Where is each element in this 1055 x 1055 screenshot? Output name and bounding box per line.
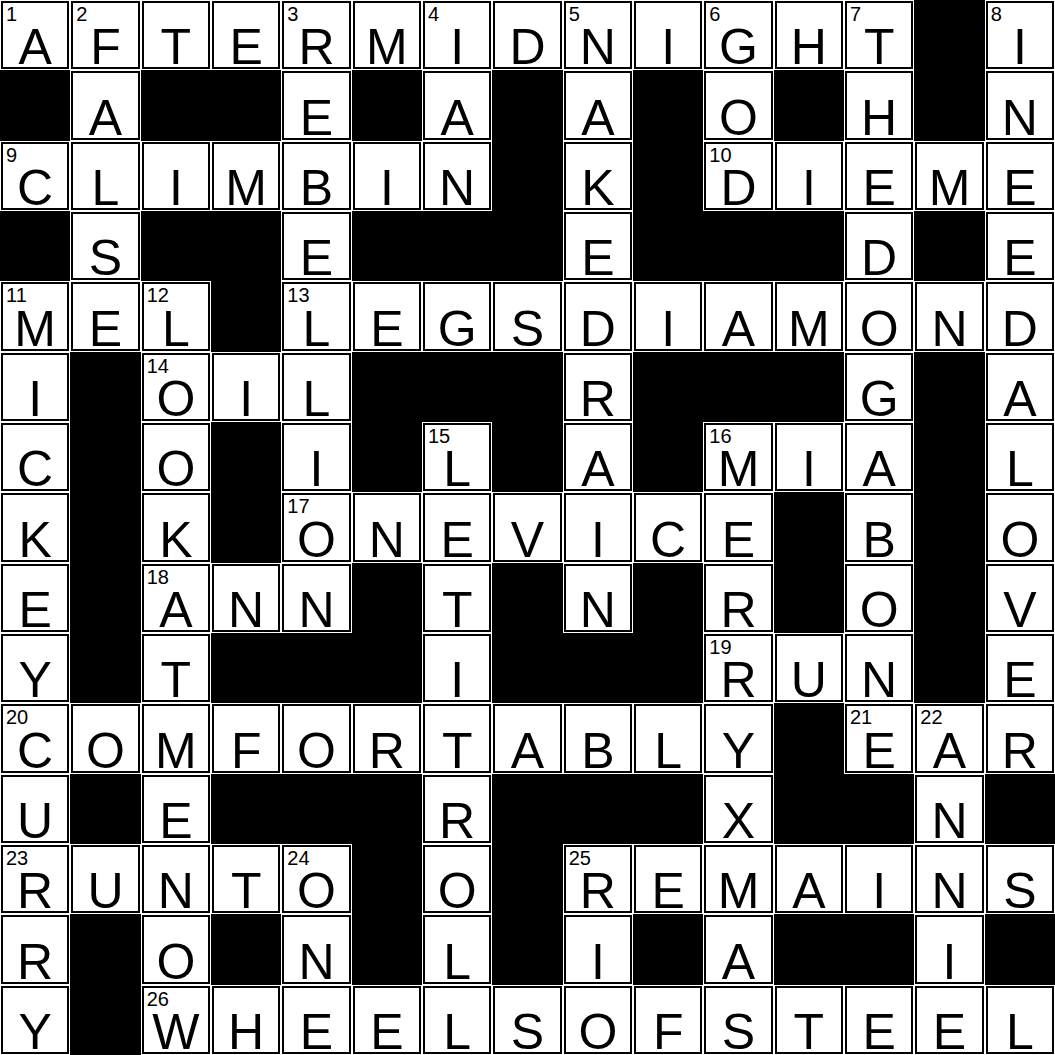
- cell-r11c5[interactable]: O: [282, 704, 350, 772]
- cell-r4c5[interactable]: E: [282, 212, 350, 280]
- cell-r12c7[interactable]: R: [423, 775, 491, 843]
- cell-letter: E: [706, 515, 770, 565]
- cell-r5c7[interactable]: G: [423, 282, 491, 350]
- cell-letter: I: [284, 444, 348, 494]
- cell-letter: E: [284, 93, 348, 143]
- cell-r2c15[interactable]: N: [986, 71, 1054, 139]
- cell-r13c9[interactable]: 25R: [564, 845, 632, 913]
- black-cell-r9c12: [774, 563, 844, 633]
- cell-r3c7[interactable]: N: [423, 142, 491, 210]
- cell-letter: E: [425, 515, 489, 565]
- cell-r13c4[interactable]: T: [212, 845, 280, 913]
- cell-r11c3[interactable]: M: [142, 704, 210, 772]
- cell-letter: N: [355, 515, 419, 565]
- black-cell-r3c8: [492, 141, 562, 211]
- cell-letter: M: [214, 163, 278, 213]
- cell-letter: I: [144, 163, 208, 213]
- cell-letter: F: [214, 726, 278, 776]
- cell-r13c11[interactable]: M: [704, 845, 772, 913]
- black-cell-r14c4: [211, 914, 281, 984]
- black-cell-r4c11: [703, 211, 773, 281]
- cell-r14c5[interactable]: N: [282, 915, 350, 983]
- cell-letter: O: [847, 585, 911, 635]
- cell-r2c9[interactable]: A: [564, 71, 632, 139]
- cell-r14c9[interactable]: I: [564, 915, 632, 983]
- cell-r3c14[interactable]: M: [915, 142, 983, 210]
- cell-r5c3[interactable]: 12L: [142, 282, 210, 350]
- cell-letter: U: [777, 655, 841, 705]
- cell-r15c7[interactable]: L: [423, 986, 491, 1054]
- cell-letter: R: [706, 585, 770, 635]
- cell-r13c2[interactable]: U: [71, 845, 139, 913]
- cell-r13c14[interactable]: N: [915, 845, 983, 913]
- cell-r6c15[interactable]: A: [986, 353, 1054, 421]
- cell-r5c10[interactable]: I: [634, 282, 702, 350]
- cell-letter: O: [284, 515, 348, 565]
- cell-letter: R: [706, 655, 770, 705]
- cell-r8c1[interactable]: K: [1, 493, 69, 561]
- cell-letter: V: [495, 515, 559, 565]
- cell-letter: A: [73, 93, 137, 143]
- cell-r2c11[interactable]: O: [704, 71, 772, 139]
- cell-r13c15[interactable]: S: [986, 845, 1054, 913]
- black-cell-r7c2: [70, 422, 140, 492]
- cell-r5c11[interactable]: A: [704, 282, 772, 350]
- black-cell-r8c4: [211, 492, 281, 562]
- cell-letter: O: [425, 866, 489, 916]
- cell-r8c15[interactable]: O: [986, 493, 1054, 561]
- cell-letter: E: [355, 1007, 419, 1055]
- black-cell-r6c6: [352, 352, 422, 422]
- cell-letter: G: [847, 374, 911, 424]
- cell-r9c7[interactable]: T: [423, 564, 491, 632]
- cell-r1c13[interactable]: 7T: [845, 1, 913, 69]
- cell-r8c8[interactable]: V: [493, 493, 561, 561]
- black-cell-r8c14: [914, 492, 984, 562]
- cell-r3c15[interactable]: E: [986, 142, 1054, 210]
- cell-r9c5[interactable]: N: [282, 564, 350, 632]
- cell-letter: I: [425, 655, 489, 705]
- cell-letter: R: [988, 726, 1052, 776]
- black-cell-r12c10: [633, 774, 703, 844]
- cell-r7c15[interactable]: L: [986, 423, 1054, 491]
- cell-letter: M: [355, 22, 419, 72]
- cell-r13c12[interactable]: A: [775, 845, 843, 913]
- black-cell-r4c12: [774, 211, 844, 281]
- cell-r3c6[interactable]: I: [353, 142, 421, 210]
- cell-r11c10[interactable]: L: [634, 704, 702, 772]
- cell-r15c8[interactable]: S: [493, 986, 561, 1054]
- black-cell-r2c10: [633, 70, 703, 140]
- cell-r13c1[interactable]: 23R: [1, 845, 69, 913]
- cell-r13c3[interactable]: N: [142, 845, 210, 913]
- cell-letter: O: [284, 866, 348, 916]
- cell-letter: D: [566, 304, 630, 354]
- cell-r6c13[interactable]: G: [845, 353, 913, 421]
- cell-letter: G: [425, 304, 489, 354]
- cell-letter: C: [3, 444, 67, 494]
- cell-r14c1[interactable]: R: [1, 915, 69, 983]
- cell-r11c15[interactable]: R: [986, 704, 1054, 772]
- cell-letter: E: [988, 163, 1052, 213]
- black-cell-r6c12: [774, 352, 844, 422]
- cell-r1c1[interactable]: 1A: [1, 1, 69, 69]
- cell-r15c5[interactable]: E: [282, 986, 350, 1054]
- cell-letter: A: [425, 93, 489, 143]
- cell-r2c5[interactable]: E: [282, 71, 350, 139]
- cell-letter: X: [706, 796, 770, 846]
- black-cell-r2c8: [492, 70, 562, 140]
- cell-r6c3[interactable]: 14O: [142, 353, 210, 421]
- black-cell-r7c14: [914, 422, 984, 492]
- cell-r12c3[interactable]: E: [142, 775, 210, 843]
- cell-letter: I: [988, 22, 1052, 72]
- cell-letter: L: [144, 304, 208, 354]
- black-cell-r3c10: [633, 141, 703, 211]
- cell-letter: L: [284, 304, 348, 354]
- cell-r13c10[interactable]: E: [634, 845, 702, 913]
- black-cell-r11c12: [774, 703, 844, 773]
- cell-r9c13[interactable]: O: [845, 564, 913, 632]
- cell-r1c2[interactable]: 2F: [71, 1, 139, 69]
- cell-r8c5[interactable]: 17O: [282, 493, 350, 561]
- cell-r10c15[interactable]: E: [986, 634, 1054, 702]
- cell-r12c14[interactable]: N: [915, 775, 983, 843]
- cell-letter: I: [3, 374, 67, 424]
- cell-r15c1[interactable]: Y: [1, 986, 69, 1054]
- black-cell-r4c10: [633, 211, 703, 281]
- cell-r13c7[interactable]: O: [423, 845, 491, 913]
- cell-letter: E: [636, 866, 700, 916]
- cell-letter: N: [566, 585, 630, 635]
- cell-r6c5[interactable]: L: [282, 353, 350, 421]
- cell-r8c13[interactable]: B: [845, 493, 913, 561]
- cell-r6c4[interactable]: I: [212, 353, 280, 421]
- cell-letter: D: [988, 304, 1052, 354]
- cell-letter: K: [144, 515, 208, 565]
- black-cell-r13c8: [492, 844, 562, 914]
- cell-r10c11[interactable]: 19R: [704, 634, 772, 702]
- cell-r1c8[interactable]: D: [493, 1, 561, 69]
- cell-letter: T: [144, 22, 208, 72]
- cell-letter: O: [144, 374, 208, 424]
- cell-letter: E: [144, 796, 208, 846]
- cell-letter: E: [847, 1007, 911, 1055]
- cell-r1c10[interactable]: I: [634, 1, 702, 69]
- cell-r6c1[interactable]: I: [1, 353, 69, 421]
- cell-letter: H: [214, 1007, 278, 1055]
- cell-letter: T: [425, 585, 489, 635]
- cell-letter: N: [214, 585, 278, 635]
- cell-letter: I: [566, 515, 630, 565]
- cell-letter: I: [847, 866, 911, 916]
- cell-r2c2[interactable]: A: [71, 71, 139, 139]
- black-cell-r14c2: [70, 914, 140, 984]
- cell-r15c10[interactable]: F: [634, 986, 702, 1054]
- cell-r5c14[interactable]: N: [915, 282, 983, 350]
- cell-letter: A: [777, 866, 841, 916]
- cell-r13c5[interactable]: 24O: [282, 845, 350, 913]
- cell-letter: I: [566, 937, 630, 987]
- cell-r3c5[interactable]: B: [282, 142, 350, 210]
- cell-letter: S: [495, 1007, 559, 1055]
- cell-r11c13[interactable]: 21E: [845, 704, 913, 772]
- black-cell-r8c2: [70, 492, 140, 562]
- cell-letter: M: [706, 866, 770, 916]
- cell-r7c11[interactable]: 16M: [704, 423, 772, 491]
- cell-r15c11[interactable]: S: [704, 986, 772, 1054]
- cell-r5c1[interactable]: 11M: [1, 282, 69, 350]
- cell-r10c3[interactable]: T: [142, 634, 210, 702]
- cell-r11c9[interactable]: B: [564, 704, 632, 772]
- cell-r3c2[interactable]: L: [71, 142, 139, 210]
- cell-r9c9[interactable]: N: [564, 564, 632, 632]
- cell-letter: F: [73, 22, 137, 72]
- cell-r11c11[interactable]: Y: [704, 704, 772, 772]
- cell-letter: R: [566, 866, 630, 916]
- cell-r11c14[interactable]: 22A: [915, 704, 983, 772]
- cell-r4c13[interactable]: D: [845, 212, 913, 280]
- cell-letter: N: [988, 93, 1052, 143]
- cell-r1c12[interactable]: H: [775, 1, 843, 69]
- cell-r15c6[interactable]: E: [353, 986, 421, 1054]
- cell-r9c11[interactable]: R: [704, 564, 772, 632]
- black-cell-r1c14: [914, 0, 984, 70]
- cell-r15c15[interactable]: L: [986, 986, 1054, 1054]
- black-cell-r7c6: [352, 422, 422, 492]
- cell-letter: E: [355, 304, 419, 354]
- cell-r5c15[interactable]: D: [986, 282, 1054, 350]
- cell-letter: E: [284, 233, 348, 283]
- cell-r3c1[interactable]: 9C: [1, 142, 69, 210]
- cell-r1c15[interactable]: 8I: [986, 1, 1054, 69]
- cell-letter: G: [706, 22, 770, 72]
- cell-letter: I: [355, 163, 419, 213]
- cell-letter: R: [355, 726, 419, 776]
- black-cell-r6c8: [492, 352, 562, 422]
- crossword-grid: 1A2FTE3RM4ID5NI6GH7T8IAEAAOHN9CLIMBINK10…: [0, 0, 1055, 1055]
- black-cell-r15c2: [70, 985, 140, 1055]
- black-cell-r10c14: [914, 633, 984, 703]
- cell-letter: R: [566, 374, 630, 424]
- cell-r11c7[interactable]: T: [423, 704, 491, 772]
- cell-letter: T: [777, 1007, 841, 1055]
- black-cell-r12c4: [211, 774, 281, 844]
- cell-r10c13[interactable]: N: [845, 634, 913, 702]
- cell-letter: L: [988, 1007, 1052, 1055]
- cell-letter: O: [566, 1007, 630, 1055]
- cell-letter: H: [777, 22, 841, 72]
- cell-r3c12[interactable]: I: [775, 142, 843, 210]
- cell-r2c7[interactable]: A: [423, 71, 491, 139]
- cell-r13c13[interactable]: I: [845, 845, 913, 913]
- cell-letter: E: [988, 233, 1052, 283]
- cell-letter: R: [3, 866, 67, 916]
- cell-r8c10[interactable]: C: [634, 493, 702, 561]
- cell-r3c9[interactable]: K: [564, 142, 632, 210]
- cell-letter: U: [73, 866, 137, 916]
- black-cell-r7c8: [492, 422, 562, 492]
- cell-r1c6[interactable]: M: [353, 1, 421, 69]
- cell-r4c2[interactable]: S: [71, 212, 139, 280]
- cell-r3c11[interactable]: 10D: [704, 142, 772, 210]
- cell-letter: S: [73, 233, 137, 283]
- cell-r8c6[interactable]: N: [353, 493, 421, 561]
- black-cell-r4c6: [352, 211, 422, 281]
- cell-letter: I: [636, 304, 700, 354]
- cell-letter: H: [847, 93, 911, 143]
- black-cell-r4c14: [914, 211, 984, 281]
- black-cell-r10c2: [70, 633, 140, 703]
- cell-r8c11[interactable]: E: [704, 493, 772, 561]
- black-cell-r12c13: [844, 774, 914, 844]
- cell-r12c1[interactable]: U: [1, 775, 69, 843]
- cell-letter: C: [3, 163, 67, 213]
- cell-r7c5[interactable]: I: [282, 423, 350, 491]
- cell-letter: T: [425, 726, 489, 776]
- black-cell-r6c14: [914, 352, 984, 422]
- cell-r10c12[interactable]: U: [775, 634, 843, 702]
- cell-r10c1[interactable]: Y: [1, 634, 69, 702]
- cell-r8c3[interactable]: K: [142, 493, 210, 561]
- black-cell-r7c4: [211, 422, 281, 492]
- cell-letter: A: [495, 726, 559, 776]
- cell-letter: I: [636, 22, 700, 72]
- cell-r7c12[interactable]: I: [775, 423, 843, 491]
- cell-letter: N: [284, 937, 348, 987]
- cell-r15c9[interactable]: O: [564, 986, 632, 1054]
- cell-r12c11[interactable]: X: [704, 775, 772, 843]
- cell-r5c13[interactable]: O: [845, 282, 913, 350]
- cell-r4c9[interactable]: E: [564, 212, 632, 280]
- cell-letter: O: [847, 304, 911, 354]
- cell-letter: S: [495, 304, 559, 354]
- cell-r5c5[interactable]: 13L: [282, 282, 350, 350]
- black-cell-r2c1: [0, 70, 70, 140]
- cell-letter: O: [144, 444, 208, 494]
- cell-letter: T: [214, 866, 278, 916]
- cell-letter: E: [214, 22, 278, 72]
- cell-r11c8[interactable]: A: [493, 704, 561, 772]
- cell-letter: L: [988, 444, 1052, 494]
- black-cell-r12c6: [352, 774, 422, 844]
- cell-r4c15[interactable]: E: [986, 212, 1054, 280]
- cell-r1c3[interactable]: T: [142, 1, 210, 69]
- cell-r11c1[interactable]: 20C: [1, 704, 69, 772]
- cell-letter: Y: [3, 655, 67, 705]
- cell-r3c13[interactable]: E: [845, 142, 913, 210]
- cell-r1c11[interactable]: 6G: [704, 1, 772, 69]
- cell-r5c6[interactable]: E: [353, 282, 421, 350]
- black-cell-r12c5: [281, 774, 351, 844]
- cell-r1c7[interactable]: 4I: [423, 1, 491, 69]
- black-cell-r4c8: [492, 211, 562, 281]
- black-cell-r2c4: [211, 70, 281, 140]
- cell-r6c9[interactable]: R: [564, 353, 632, 421]
- cell-r10c7[interactable]: I: [423, 634, 491, 702]
- cell-r1c9[interactable]: 5N: [564, 1, 632, 69]
- cell-r8c9[interactable]: I: [564, 493, 632, 561]
- cell-letter: M: [144, 726, 208, 776]
- cell-letter: Y: [3, 1007, 67, 1055]
- cell-r8c7[interactable]: E: [423, 493, 491, 561]
- cell-r2c13[interactable]: H: [845, 71, 913, 139]
- black-cell-r4c3: [141, 211, 211, 281]
- cell-letter: E: [566, 233, 630, 283]
- black-cell-r6c2: [70, 352, 140, 422]
- cell-r9c3[interactable]: 18A: [142, 564, 210, 632]
- cell-r7c3[interactable]: O: [142, 423, 210, 491]
- black-cell-r10c5: [281, 633, 351, 703]
- cell-r15c4[interactable]: H: [212, 986, 280, 1054]
- cell-letter: E: [847, 726, 911, 776]
- cell-letter: A: [706, 304, 770, 354]
- black-cell-r2c3: [141, 70, 211, 140]
- cell-r7c7[interactable]: 15L: [423, 423, 491, 491]
- cell-letter: L: [73, 163, 137, 213]
- cell-letter: A: [988, 374, 1052, 424]
- cell-r7c1[interactable]: C: [1, 423, 69, 491]
- cell-r11c6[interactable]: R: [353, 704, 421, 772]
- cell-letter: S: [988, 866, 1052, 916]
- cell-r5c2[interactable]: E: [71, 282, 139, 350]
- cell-r3c4[interactable]: M: [212, 142, 280, 210]
- cell-r7c13[interactable]: A: [845, 423, 913, 491]
- cell-r5c12[interactable]: M: [775, 282, 843, 350]
- cell-letter: O: [144, 937, 208, 987]
- cell-r15c3[interactable]: 26W: [142, 986, 210, 1054]
- cell-r9c15[interactable]: V: [986, 564, 1054, 632]
- cell-letter: I: [777, 444, 841, 494]
- cell-r14c11[interactable]: A: [704, 915, 772, 983]
- cell-letter: N: [425, 163, 489, 213]
- cell-letter: N: [847, 655, 911, 705]
- black-cell-r6c11: [703, 352, 773, 422]
- cell-r1c4[interactable]: E: [212, 1, 280, 69]
- black-cell-r6c7: [422, 352, 492, 422]
- cell-r11c4[interactable]: F: [212, 704, 280, 772]
- cell-letter: O: [284, 726, 348, 776]
- black-cell-r10c4: [211, 633, 281, 703]
- cell-letter: N: [144, 866, 208, 916]
- cell-letter: L: [425, 1007, 489, 1055]
- cell-r7c9[interactable]: A: [564, 423, 632, 491]
- cell-r11c2[interactable]: O: [71, 704, 139, 772]
- cell-r3c3[interactable]: I: [142, 142, 210, 210]
- cell-r9c1[interactable]: E: [1, 564, 69, 632]
- cell-letter: D: [847, 233, 911, 283]
- cell-letter: E: [3, 585, 67, 635]
- cell-r5c9[interactable]: D: [564, 282, 632, 350]
- black-cell-r13c6: [352, 844, 422, 914]
- cell-letter: U: [3, 796, 67, 846]
- cell-r15c14[interactable]: E: [915, 986, 983, 1054]
- cell-r14c7[interactable]: L: [423, 915, 491, 983]
- black-cell-r12c15: [985, 774, 1055, 844]
- cell-r14c3[interactable]: O: [142, 915, 210, 983]
- cell-r1c5[interactable]: 3R: [282, 1, 350, 69]
- cell-letter: A: [917, 726, 981, 776]
- cell-r5c8[interactable]: S: [493, 282, 561, 350]
- cell-r15c13[interactable]: E: [845, 986, 913, 1054]
- black-cell-r5c4: [211, 281, 281, 351]
- cell-r14c14[interactable]: I: [915, 915, 983, 983]
- cell-letter: M: [917, 163, 981, 213]
- black-cell-r12c9: [563, 774, 633, 844]
- cell-r15c12[interactable]: T: [775, 986, 843, 1054]
- cell-letter: E: [917, 1007, 981, 1055]
- cell-r9c4[interactable]: N: [212, 564, 280, 632]
